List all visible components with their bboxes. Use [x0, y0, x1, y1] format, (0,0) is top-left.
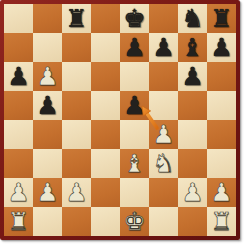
- square-c1[interactable]: [62, 207, 91, 236]
- square-e7[interactable]: ♟: [120, 33, 149, 62]
- square-a6[interactable]: ♟: [4, 62, 33, 91]
- square-b3[interactable]: [33, 149, 62, 178]
- square-g2[interactable]: ♟: [178, 178, 207, 207]
- square-b5[interactable]: ♟: [33, 91, 62, 120]
- square-a7[interactable]: [4, 33, 33, 62]
- square-d8[interactable]: [91, 4, 120, 33]
- square-d7[interactable]: [91, 33, 120, 62]
- square-e1[interactable]: ♚: [120, 207, 149, 236]
- square-h1[interactable]: ♜: [207, 207, 236, 236]
- chess-board[interactable]: ♜♚♞♜♟♟♝♟♟♟♟♟♟♟♝♞♟♟♟♟♟♜♚♜: [4, 4, 236, 236]
- square-g4[interactable]: [178, 120, 207, 149]
- square-h4[interactable]: [207, 120, 236, 149]
- square-e3[interactable]: ♝: [120, 149, 149, 178]
- square-g1[interactable]: [178, 207, 207, 236]
- square-c3[interactable]: [62, 149, 91, 178]
- square-c5[interactable]: [62, 91, 91, 120]
- square-d5[interactable]: [91, 91, 120, 120]
- chessboard-screenshot: ♜♚♞♜♟♟♝♟♟♟♟♟♟♟♝♞♟♟♟♟♟♜♚♜: [0, 0, 244, 244]
- square-f7[interactable]: ♟: [149, 33, 178, 62]
- black-rook-c8[interactable]: ♜: [62, 4, 91, 33]
- square-h6[interactable]: [207, 62, 236, 91]
- white-pawn-h2[interactable]: ♟: [207, 178, 236, 207]
- square-g7[interactable]: ♝: [178, 33, 207, 62]
- square-c8[interactable]: ♜: [62, 4, 91, 33]
- square-f3[interactable]: ♞: [149, 149, 178, 178]
- black-pawn-h7[interactable]: ♟: [207, 33, 236, 62]
- square-d6[interactable]: [91, 62, 120, 91]
- square-f6[interactable]: [149, 62, 178, 91]
- black-pawn-g6[interactable]: ♟: [178, 62, 207, 91]
- square-g5[interactable]: [178, 91, 207, 120]
- black-bishop-g7[interactable]: ♝: [178, 33, 207, 62]
- white-knight-f3[interactable]: ♞: [149, 149, 178, 178]
- square-h3[interactable]: [207, 149, 236, 178]
- square-h5[interactable]: [207, 91, 236, 120]
- square-a4[interactable]: [4, 120, 33, 149]
- black-pawn-e5[interactable]: ♟: [120, 91, 149, 120]
- square-b7[interactable]: [33, 33, 62, 62]
- square-e6[interactable]: [120, 62, 149, 91]
- square-b2[interactable]: ♟: [33, 178, 62, 207]
- white-bishop-e3[interactable]: ♝: [120, 149, 149, 178]
- white-rook-a1[interactable]: ♜: [4, 207, 33, 236]
- square-d3[interactable]: [91, 149, 120, 178]
- square-d1[interactable]: [91, 207, 120, 236]
- black-pawn-e7[interactable]: ♟: [120, 33, 149, 62]
- square-d2[interactable]: [91, 178, 120, 207]
- square-d4[interactable]: [91, 120, 120, 149]
- square-e8[interactable]: ♚: [120, 4, 149, 33]
- square-g8[interactable]: ♞: [178, 4, 207, 33]
- white-pawn-g2[interactable]: ♟: [178, 178, 207, 207]
- white-rook-h1[interactable]: ♜: [207, 207, 236, 236]
- square-f8[interactable]: [149, 4, 178, 33]
- square-a5[interactable]: [4, 91, 33, 120]
- black-pawn-b5[interactable]: ♟: [33, 91, 62, 120]
- white-pawn-a2[interactable]: ♟: [4, 178, 33, 207]
- square-f2[interactable]: [149, 178, 178, 207]
- white-pawn-f4[interactable]: ♟: [149, 120, 178, 149]
- square-a3[interactable]: [4, 149, 33, 178]
- square-b8[interactable]: [33, 4, 62, 33]
- black-knight-g8[interactable]: ♞: [178, 4, 207, 33]
- square-f5[interactable]: [149, 91, 178, 120]
- black-pawn-a6[interactable]: ♟: [4, 62, 33, 91]
- square-c6[interactable]: [62, 62, 91, 91]
- black-pawn-f7[interactable]: ♟: [149, 33, 178, 62]
- white-king-e1[interactable]: ♚: [120, 207, 149, 236]
- white-pawn-c2[interactable]: ♟: [62, 178, 91, 207]
- square-g3[interactable]: [178, 149, 207, 178]
- square-a8[interactable]: [4, 4, 33, 33]
- square-e2[interactable]: [120, 178, 149, 207]
- square-c7[interactable]: [62, 33, 91, 62]
- square-h2[interactable]: ♟: [207, 178, 236, 207]
- square-e4[interactable]: [120, 120, 149, 149]
- black-king-e8[interactable]: ♚: [120, 4, 149, 33]
- square-a1[interactable]: ♜: [4, 207, 33, 236]
- square-f1[interactable]: [149, 207, 178, 236]
- black-rook-h8[interactable]: ♜: [207, 4, 236, 33]
- white-pawn-b6[interactable]: ♟: [33, 62, 62, 91]
- square-h8[interactable]: ♜: [207, 4, 236, 33]
- square-b1[interactable]: [33, 207, 62, 236]
- square-g6[interactable]: ♟: [178, 62, 207, 91]
- square-b4[interactable]: [33, 120, 62, 149]
- square-c4[interactable]: [62, 120, 91, 149]
- square-b6[interactable]: ♟: [33, 62, 62, 91]
- square-c2[interactable]: ♟: [62, 178, 91, 207]
- square-f4[interactable]: ♟: [149, 120, 178, 149]
- white-pawn-b2[interactable]: ♟: [33, 178, 62, 207]
- square-a2[interactable]: ♟: [4, 178, 33, 207]
- square-h7[interactable]: ♟: [207, 33, 236, 62]
- square-e5[interactable]: ♟: [120, 91, 149, 120]
